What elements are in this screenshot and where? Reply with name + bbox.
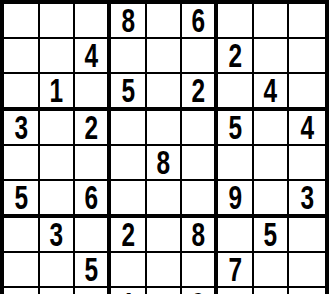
cell-r5c8[interactable] [254, 146, 290, 181]
given-digit: 4 [264, 74, 278, 107]
cell-r3c3[interactable] [75, 74, 111, 111]
cell-r3c6[interactable]: 2 [182, 74, 218, 111]
cell-r4c1[interactable]: 3 [4, 111, 40, 146]
cell-r3c4[interactable]: 5 [111, 74, 147, 111]
cell-r4c3[interactable]: 2 [75, 111, 111, 146]
cell-r5c4[interactable] [111, 146, 147, 181]
given-digit: 5 [228, 111, 242, 144]
cell-r5c6[interactable] [182, 146, 218, 181]
given-digit: 1 [50, 74, 64, 107]
cell-r3c1[interactable] [4, 74, 40, 111]
given-digit: 5 [264, 218, 278, 251]
cell-r7c4[interactable]: 2 [111, 218, 147, 253]
given-digit: 4 [300, 111, 314, 144]
given-digit: 3 [14, 111, 28, 144]
cell-r2c4[interactable] [111, 39, 147, 74]
cell-r7c5[interactable] [147, 218, 183, 253]
given-digit: 7 [228, 253, 242, 286]
given-digit: 8 [121, 4, 135, 37]
cell-r7c1[interactable] [4, 218, 40, 253]
cell-r6c7[interactable]: 9 [218, 181, 254, 218]
cell-r6c5[interactable] [147, 181, 183, 218]
cell-r5c7[interactable] [218, 146, 254, 181]
given-digit: 6 [84, 181, 98, 214]
cell-r8c4[interactable] [111, 253, 147, 288]
given-digit: 6 [191, 4, 205, 37]
given-digit: 9 [191, 288, 205, 294]
cell-r3c7[interactable] [218, 74, 254, 111]
cell-r7c3[interactable] [75, 218, 111, 253]
cell-r5c2[interactable] [40, 146, 76, 181]
cell-r6c9[interactable]: 3 [289, 181, 325, 218]
cell-r2c5[interactable] [147, 39, 183, 74]
cell-r1c4[interactable]: 8 [111, 4, 147, 39]
given-digit: 2 [228, 39, 242, 72]
cell-r1c2[interactable] [40, 4, 76, 39]
cell-r4c5[interactable] [147, 111, 183, 146]
given-digit: 2 [121, 218, 135, 251]
cell-r1c7[interactable] [218, 4, 254, 39]
given-digit: 8 [157, 146, 171, 179]
cell-r6c4[interactable] [111, 181, 147, 218]
given-digit: 5 [14, 181, 28, 214]
given-digit: 8 [191, 218, 205, 251]
cell-r7c6[interactable]: 8 [182, 218, 218, 253]
given-digit: 9 [228, 181, 242, 214]
cell-r9c9[interactable] [289, 288, 325, 294]
given-digit: 5 [84, 253, 98, 286]
cell-r4c7[interactable]: 5 [218, 111, 254, 146]
given-digit: 3 [50, 218, 64, 251]
cell-r7c9[interactable] [289, 218, 325, 253]
cell-r7c8[interactable]: 5 [254, 218, 290, 253]
given-digit: 2 [191, 74, 205, 107]
cell-r1c8[interactable] [254, 4, 290, 39]
cell-r1c1[interactable] [4, 4, 40, 39]
cell-r2c7[interactable]: 2 [218, 39, 254, 74]
cell-r9c6[interactable]: 9 [182, 288, 218, 294]
cell-r3c5[interactable] [147, 74, 183, 111]
cell-r9c5[interactable] [147, 288, 183, 294]
cell-r7c7[interactable] [218, 218, 254, 253]
cell-r9c2[interactable] [40, 288, 76, 294]
cell-r8c6[interactable] [182, 253, 218, 288]
cell-r9c3[interactable] [75, 288, 111, 294]
cell-r2c8[interactable] [254, 39, 290, 74]
cell-r5c3[interactable] [75, 146, 111, 181]
cell-r5c5[interactable]: 8 [147, 146, 183, 181]
cell-r8c2[interactable] [40, 253, 76, 288]
cell-r3c2[interactable]: 1 [40, 74, 76, 111]
cell-r6c8[interactable] [254, 181, 290, 218]
cell-r5c1[interactable] [4, 146, 40, 181]
given-digit: 1 [121, 288, 135, 294]
cell-r2c1[interactable] [4, 39, 40, 74]
cell-r4c9[interactable]: 4 [289, 111, 325, 146]
given-digit: 2 [84, 111, 98, 144]
cell-r8c3[interactable]: 5 [75, 253, 111, 288]
cell-r8c1[interactable] [4, 253, 40, 288]
given-digit: 3 [300, 181, 314, 214]
cell-r1c5[interactable] [147, 4, 183, 39]
cell-r6c1[interactable]: 5 [4, 181, 40, 218]
cell-r8c7[interactable]: 7 [218, 253, 254, 288]
cell-r6c6[interactable] [182, 181, 218, 218]
cell-r9c1[interactable] [4, 288, 40, 294]
cell-r8c9[interactable] [289, 253, 325, 288]
cell-r2c2[interactable] [40, 39, 76, 74]
cell-r6c3[interactable]: 6 [75, 181, 111, 218]
cell-r3c8[interactable]: 4 [254, 74, 290, 111]
given-digit: 5 [121, 74, 135, 107]
cell-r8c8[interactable] [254, 253, 290, 288]
cell-r2c9[interactable] [289, 39, 325, 74]
sudoku-board: 8642152432548569332855719 [0, 0, 329, 294]
cell-r6c2[interactable] [40, 181, 76, 218]
cell-r8c5[interactable] [147, 253, 183, 288]
cell-r4c4[interactable] [111, 111, 147, 146]
cell-r3c9[interactable] [289, 74, 325, 111]
cell-r9c4[interactable]: 1 [111, 288, 147, 294]
cell-r1c3[interactable] [75, 4, 111, 39]
cell-r4c8[interactable] [254, 111, 290, 146]
cell-r4c6[interactable] [182, 111, 218, 146]
cell-r1c9[interactable] [289, 4, 325, 39]
cell-r1c6[interactable]: 6 [182, 4, 218, 39]
cell-r4c2[interactable] [40, 111, 76, 146]
given-digit: 4 [84, 39, 98, 72]
cell-r2c6[interactable] [182, 39, 218, 74]
cell-r9c8[interactable] [254, 288, 290, 294]
cell-r7c2[interactable]: 3 [40, 218, 76, 253]
cell-r5c9[interactable] [289, 146, 325, 181]
cell-r9c7[interactable] [218, 288, 254, 294]
cell-r2c3[interactable]: 4 [75, 39, 111, 74]
